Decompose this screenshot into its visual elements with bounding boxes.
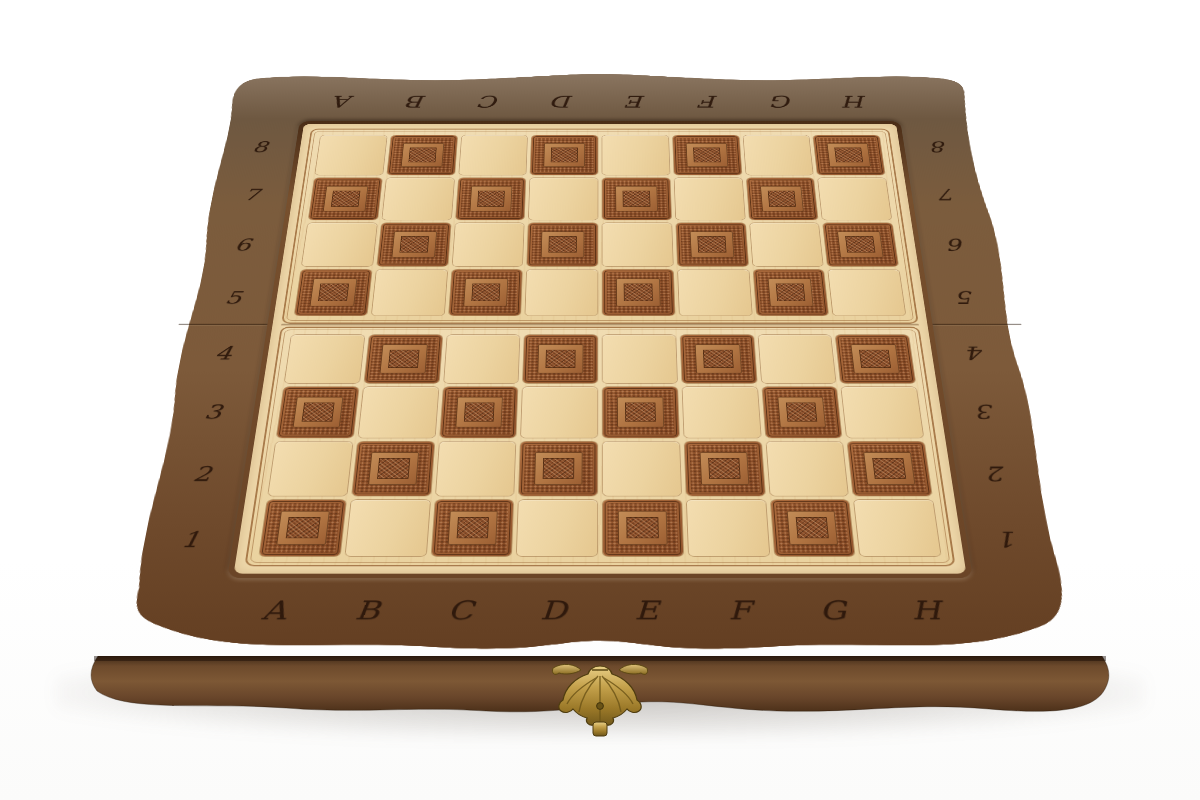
square-d3 <box>521 387 597 438</box>
square-b2 <box>352 442 434 496</box>
carved-ornament <box>708 458 740 478</box>
square-f1 <box>687 500 769 557</box>
square-f3 <box>682 387 760 438</box>
square-f6 <box>676 223 748 266</box>
square-g2 <box>766 442 848 496</box>
square-b5 <box>372 270 447 316</box>
square-h8 <box>813 135 884 175</box>
carved-ornament <box>399 236 428 252</box>
square-a7 <box>309 178 382 220</box>
square-d4 <box>523 335 597 384</box>
square-c8 <box>459 135 528 175</box>
square-e3 <box>603 387 679 438</box>
square-b1 <box>345 500 429 557</box>
carved-ornament <box>697 236 726 252</box>
carved-ornament <box>408 148 436 163</box>
square-h2 <box>848 442 932 496</box>
square-c3 <box>440 387 518 438</box>
square-a4 <box>285 335 365 384</box>
square-e6 <box>602 223 672 266</box>
carved-ornament <box>331 191 360 207</box>
square-h1 <box>854 500 940 557</box>
carved-ornament <box>626 517 658 538</box>
carved-ornament <box>624 284 653 301</box>
carved-ornament <box>625 402 656 421</box>
carved-ornament <box>767 191 796 207</box>
carved-ornament <box>549 236 577 252</box>
square-b6 <box>377 223 450 266</box>
square-b8 <box>387 135 457 175</box>
square-d6 <box>527 223 597 266</box>
square-f5 <box>678 270 752 316</box>
carved-ornament <box>463 402 494 421</box>
square-d2 <box>519 442 597 496</box>
square-g6 <box>750 223 823 266</box>
square-g4 <box>758 335 836 384</box>
square-c4 <box>444 335 520 384</box>
square-d8 <box>531 135 598 175</box>
square-e5 <box>603 270 675 316</box>
carved-ornament <box>703 349 734 367</box>
square-b3 <box>358 387 438 438</box>
board-half-top <box>281 129 918 324</box>
carved-ornament <box>845 236 875 252</box>
square-h3 <box>842 387 924 438</box>
square-c5 <box>449 270 523 316</box>
square-g7 <box>746 178 818 220</box>
square-g3 <box>762 387 842 438</box>
carved-ornament <box>456 517 489 538</box>
grid-ranks-4-1 <box>259 335 940 557</box>
carved-ornament <box>377 458 410 478</box>
square-d7 <box>529 178 598 220</box>
square-f2 <box>684 442 764 496</box>
playing-surface <box>234 124 967 574</box>
carved-ornament <box>551 148 578 163</box>
square-f7 <box>674 178 744 220</box>
square-a1 <box>259 500 345 557</box>
square-a5 <box>295 270 372 316</box>
carved-ornament <box>471 284 501 301</box>
carved-ornament <box>775 284 805 301</box>
carved-ornament <box>834 148 863 163</box>
square-h7 <box>818 178 891 220</box>
square-h5 <box>828 270 905 316</box>
carved-ornament <box>286 517 321 538</box>
square-e1 <box>603 500 683 557</box>
carved-ornament <box>477 191 505 207</box>
grid-ranks-8-5 <box>295 135 906 315</box>
photo-stage: ABCDEFGH ABCDEFGH 87654321 87654321 <box>0 0 1200 800</box>
square-e2 <box>603 442 681 496</box>
carved-ornament <box>693 148 721 163</box>
carved-ornament <box>546 349 576 367</box>
carved-ornament <box>795 517 829 538</box>
square-a8 <box>315 135 386 175</box>
chess-board: ABCDEFGH ABCDEFGH 87654321 87654321 <box>105 70 1095 661</box>
carved-ornament <box>872 458 906 478</box>
square-h6 <box>823 223 898 266</box>
square-c1 <box>431 500 513 557</box>
square-g5 <box>753 270 828 316</box>
square-a2 <box>268 442 352 496</box>
carved-ornament <box>543 458 574 478</box>
square-g8 <box>743 135 813 175</box>
carved-ornament <box>318 284 349 301</box>
carved-ornament <box>388 349 419 367</box>
carved-ornament <box>859 349 891 367</box>
square-f4 <box>680 335 756 384</box>
square-b4 <box>364 335 442 384</box>
square-a6 <box>302 223 377 266</box>
carved-ornament <box>785 402 817 421</box>
square-g1 <box>770 500 854 557</box>
carved-ornament <box>302 402 335 421</box>
square-d5 <box>526 270 598 316</box>
square-d1 <box>517 500 597 557</box>
square-e8 <box>602 135 669 175</box>
square-c2 <box>436 442 516 496</box>
square-b7 <box>382 178 454 220</box>
square-c7 <box>456 178 526 220</box>
square-e7 <box>602 178 671 220</box>
board-half-bottom <box>244 326 955 566</box>
square-e4 <box>603 335 677 384</box>
square-a3 <box>277 387 359 438</box>
playing-surface-bezel <box>227 121 973 578</box>
brass-clasp-icon <box>535 662 665 742</box>
square-h4 <box>836 335 916 384</box>
square-f8 <box>673 135 742 175</box>
carved-ornament <box>623 191 651 207</box>
square-c6 <box>452 223 524 266</box>
